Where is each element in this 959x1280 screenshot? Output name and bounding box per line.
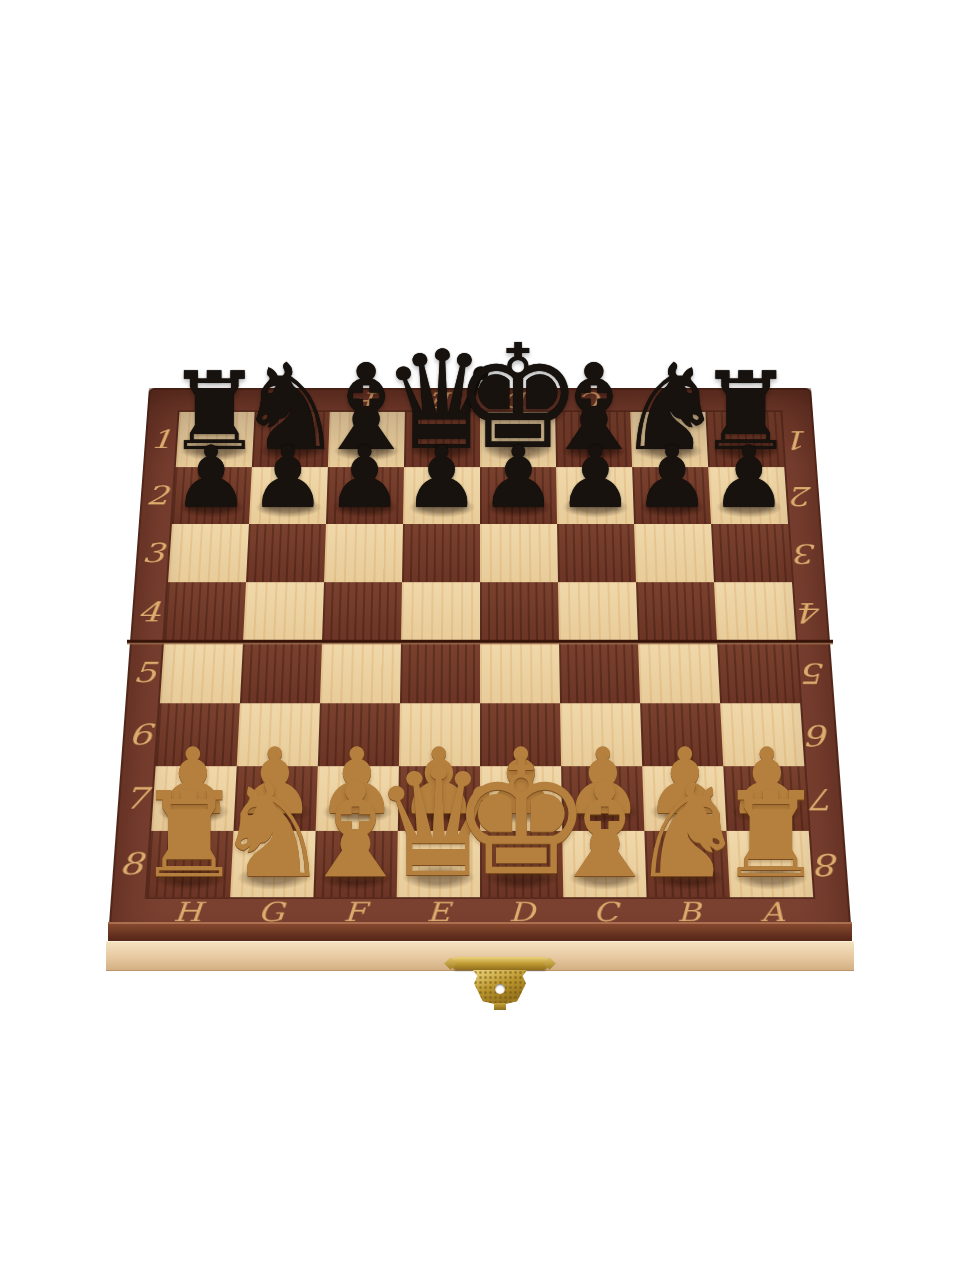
- rank-label-right-8: 8: [816, 849, 842, 879]
- square-c4: [558, 582, 638, 642]
- square-c5: [559, 642, 640, 703]
- square-g6: [237, 703, 320, 766]
- square-f2: [326, 467, 404, 524]
- square-d4: [480, 582, 559, 642]
- square-f6: [318, 703, 400, 766]
- clasp-hole: [495, 984, 505, 994]
- square-b7: [642, 766, 726, 831]
- square-h1: [176, 412, 255, 467]
- square-a7: [723, 766, 808, 831]
- file-label-top-h: H: [204, 389, 231, 410]
- square-e1: [404, 412, 480, 467]
- square-g8: [230, 831, 316, 897]
- brass-clasp: [450, 950, 550, 1008]
- square-e2: [403, 467, 480, 524]
- rank-label-left-8: 8: [118, 849, 144, 879]
- square-b8: [644, 831, 730, 897]
- square-c3: [557, 524, 636, 582]
- square-d3: [480, 524, 558, 582]
- square-h2: [172, 467, 252, 524]
- rank-label-right-2: 2: [791, 483, 815, 509]
- rank-label-left-3: 3: [141, 540, 165, 567]
- square-e8: [397, 831, 480, 897]
- rank-label-left-2: 2: [145, 483, 169, 509]
- file-label-top-a: A: [731, 389, 753, 410]
- clasp-hasp-icon: [473, 970, 527, 1004]
- rank-label-right-3: 3: [795, 540, 819, 567]
- square-h3: [168, 524, 249, 582]
- square-e5: [400, 642, 480, 703]
- square-f8: [313, 831, 397, 897]
- rank-label-left-1: 1: [149, 427, 173, 452]
- square-c6: [560, 703, 642, 766]
- square-c7: [561, 766, 644, 831]
- square-g2: [249, 467, 328, 524]
- square-e6: [399, 703, 480, 766]
- file-label-top-c: C: [581, 389, 604, 410]
- square-g5: [240, 642, 322, 703]
- square-f1: [328, 412, 405, 467]
- square-g4: [243, 582, 324, 642]
- square-b3: [634, 524, 714, 582]
- square-e3: [402, 524, 480, 582]
- square-f3: [324, 524, 403, 582]
- board-grid: [147, 412, 813, 897]
- rank-label-left-5: 5: [132, 659, 157, 687]
- square-d6: [480, 703, 561, 766]
- square-a5: [717, 642, 800, 703]
- square-b2: [632, 467, 711, 524]
- square-f4: [322, 582, 402, 642]
- square-a2: [708, 467, 788, 524]
- rank-label-left-6: 6: [128, 720, 153, 749]
- square-f5: [320, 642, 401, 703]
- square-a1: [705, 412, 784, 467]
- square-h7: [151, 766, 236, 831]
- square-h8: [147, 831, 234, 897]
- clasp-bar-icon: [453, 957, 547, 970]
- square-d2: [480, 467, 557, 524]
- file-label-top-d: D: [506, 389, 530, 410]
- square-e7: [398, 766, 480, 831]
- square-a6: [720, 703, 804, 766]
- square-b6: [640, 703, 723, 766]
- square-d7: [480, 766, 562, 831]
- rank-label-right-1: 1: [787, 427, 811, 452]
- product-photo: 1234567812345678HGFEDCBAHGFEDCBA ♜♞♝♛♚♝♞…: [0, 0, 959, 1280]
- square-h5: [160, 642, 243, 703]
- square-b1: [630, 412, 708, 467]
- box-front-edge: [108, 922, 852, 943]
- rank-label-left-4: 4: [137, 598, 162, 625]
- square-h4: [164, 582, 246, 642]
- square-a3: [711, 524, 792, 582]
- file-label-top-f: F: [357, 389, 378, 410]
- square-b4: [636, 582, 717, 642]
- rank-label-right-5: 5: [803, 659, 828, 687]
- rank-label-right-4: 4: [799, 598, 824, 625]
- square-e4: [401, 582, 480, 642]
- square-f7: [316, 766, 399, 831]
- file-label-top-g: G: [280, 389, 304, 410]
- rank-label-left-7: 7: [123, 784, 149, 813]
- square-c8: [562, 831, 646, 897]
- square-d8: [480, 831, 563, 897]
- clasp-tab: [494, 1003, 506, 1010]
- file-label-top-b: B: [656, 389, 679, 410]
- file-label-top-e: E: [432, 389, 454, 410]
- square-d1: [480, 412, 556, 467]
- square-a8: [727, 831, 814, 897]
- chess-board: 1234567812345678HGFEDCBAHGFEDCBA: [109, 388, 851, 926]
- square-g3: [246, 524, 326, 582]
- square-c2: [556, 467, 634, 524]
- square-h6: [156, 703, 240, 766]
- square-d5: [480, 642, 560, 703]
- square-a4: [714, 582, 796, 642]
- square-g7: [233, 766, 317, 831]
- square-c1: [555, 412, 632, 467]
- rank-label-right-7: 7: [811, 784, 837, 813]
- rank-label-right-6: 6: [807, 720, 832, 749]
- square-g1: [252, 412, 330, 467]
- square-b5: [638, 642, 720, 703]
